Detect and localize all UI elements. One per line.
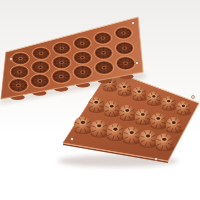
mold-cavity	[94, 46, 113, 59]
hanging-hole	[192, 96, 195, 99]
mold-cavity	[10, 65, 29, 78]
mold-cavity	[115, 41, 134, 54]
mold-cavity	[94, 61, 114, 75]
mold-cavity	[31, 60, 50, 73]
mold-cavity	[30, 74, 50, 88]
mold-cavity	[53, 42, 71, 55]
hanging-hole	[71, 138, 74, 141]
mold-cavity	[52, 56, 71, 69]
mold-cavity	[114, 27, 132, 40]
mold-cavity	[116, 56, 136, 70]
product-photo	[0, 0, 200, 200]
hanging-hole	[10, 58, 13, 61]
mold-cavity	[11, 52, 29, 65]
mold-cavity	[32, 47, 50, 60]
mold-cavity	[73, 37, 91, 50]
mold-cavity	[9, 78, 29, 92]
mold-cavity	[73, 65, 93, 79]
hanging-hole	[155, 158, 158, 161]
mold-cavity	[94, 32, 112, 45]
hanging-hole	[136, 62, 139, 65]
hanging-hole	[132, 22, 135, 25]
mold-cavity	[73, 51, 92, 64]
mold-scene	[0, 0, 200, 200]
mold-cavity	[51, 69, 71, 83]
